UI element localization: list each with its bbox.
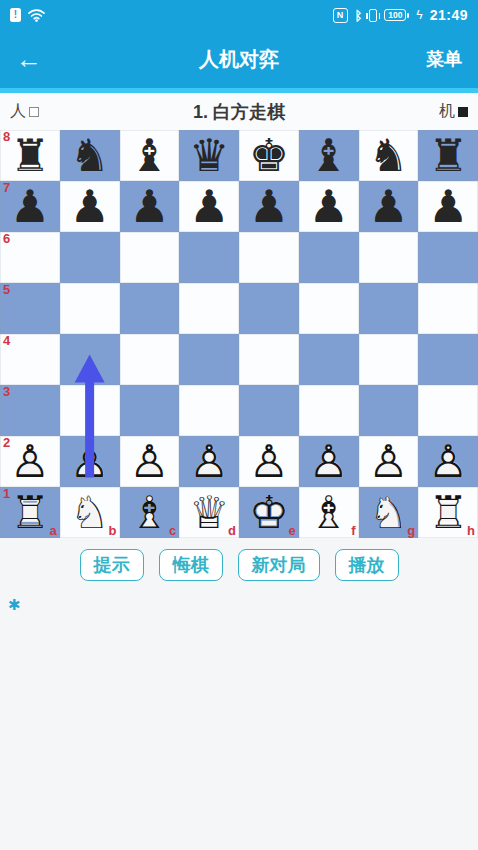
square-e7[interactable]: ♟ xyxy=(239,181,299,232)
square-a1[interactable]: 1a♜♖ xyxy=(0,487,60,538)
file-label-h: h xyxy=(467,524,475,537)
battery-icon: 100 xyxy=(384,9,406,21)
rank-label-4: 4 xyxy=(3,334,10,348)
square-f1[interactable]: f♝♗ xyxy=(299,487,359,538)
black-bishop-icon[interactable]: ♝ xyxy=(129,133,169,178)
white-pawn-icon[interactable]: ♟♙ xyxy=(308,439,348,484)
board-area: 8♜♞♝♛♚♝♞♜7♟♟♟♟♟♟♟♟65432♟♙♟♙♟♙♟♙♟♙♟♙♟♙♟♙1… xyxy=(0,130,478,538)
square-c7[interactable]: ♟ xyxy=(120,181,180,232)
square-f6[interactable] xyxy=(299,232,359,283)
black-pawn-icon[interactable]: ♟ xyxy=(308,184,348,229)
square-b3[interactable] xyxy=(60,385,120,436)
white-side-icon xyxy=(29,107,39,117)
square-f5[interactable] xyxy=(299,283,359,334)
piece-outline-layer: ♘ xyxy=(368,490,408,535)
square-a7[interactable]: 7♟ xyxy=(0,181,60,232)
black-queen-icon[interactable]: ♛ xyxy=(189,133,229,178)
square-b2[interactable]: ♟♙ xyxy=(60,436,120,487)
black-rook-icon[interactable]: ♜ xyxy=(10,133,50,178)
piece-outline-layer: ♖ xyxy=(428,490,468,535)
square-h6[interactable] xyxy=(418,232,478,283)
human-label: 人 xyxy=(10,101,26,122)
black-side-icon xyxy=(458,107,468,117)
piece-outline-layer: ♙ xyxy=(69,439,109,484)
square-c8[interactable]: ♝ xyxy=(120,130,180,181)
square-c6[interactable] xyxy=(120,232,180,283)
white-bishop-icon[interactable]: ♝♗ xyxy=(308,490,348,535)
piece-outline-layer: ♙ xyxy=(428,439,468,484)
square-e4[interactable] xyxy=(239,334,299,385)
black-king-icon[interactable]: ♚ xyxy=(249,133,289,178)
file-label-a: a xyxy=(50,524,57,537)
file-label-e: e xyxy=(289,524,296,537)
piece-outline-layer: ♙ xyxy=(129,439,169,484)
square-a4[interactable]: 4 xyxy=(0,334,60,385)
black-knight-icon[interactable]: ♞ xyxy=(69,133,109,178)
black-pawn-icon[interactable]: ♟ xyxy=(428,184,468,229)
piece-outline-layer: ♗ xyxy=(308,490,348,535)
black-pawn-icon[interactable]: ♟ xyxy=(368,184,408,229)
square-g6[interactable] xyxy=(359,232,419,283)
white-knight-icon[interactable]: ♞♘ xyxy=(69,490,109,535)
square-g3[interactable] xyxy=(359,385,419,436)
square-g1[interactable]: g♞♘ xyxy=(359,487,419,538)
white-pawn-icon[interactable]: ♟♙ xyxy=(129,439,169,484)
black-pawn-icon[interactable]: ♟ xyxy=(249,184,289,229)
square-h1[interactable]: h♜♖ xyxy=(418,487,478,538)
square-a5[interactable]: 5 xyxy=(0,283,60,334)
square-d6[interactable] xyxy=(179,232,239,283)
rank-label-3: 3 xyxy=(3,385,10,399)
square-c5[interactable] xyxy=(120,283,180,334)
file-label-c: c xyxy=(169,524,176,537)
vibrate-icon xyxy=(369,9,377,22)
bluetooth-icon: ᛒ xyxy=(355,9,363,22)
white-pawn-icon[interactable]: ♟♙ xyxy=(428,439,468,484)
piece-outline-layer: ♕ xyxy=(189,490,229,535)
square-f7[interactable]: ♟ xyxy=(299,181,359,232)
square-b8[interactable]: ♞ xyxy=(60,130,120,181)
turn-bar: 人 1. 白方走棋 机 xyxy=(0,93,478,130)
rank-label-5: 5 xyxy=(3,283,10,297)
square-e2[interactable]: ♟♙ xyxy=(239,436,299,487)
square-c4[interactable] xyxy=(120,334,180,385)
white-queen-icon[interactable]: ♛♕ xyxy=(189,490,229,535)
piece-outline-layer: ♔ xyxy=(249,490,289,535)
rank-label-2: 2 xyxy=(3,436,10,450)
white-pawn-icon[interactable]: ♟♙ xyxy=(69,439,109,484)
black-pawn-icon[interactable]: ♟ xyxy=(69,184,109,229)
square-c2[interactable]: ♟♙ xyxy=(120,436,180,487)
back-button[interactable]: ← xyxy=(16,46,42,72)
white-pawn-icon[interactable]: ♟♙ xyxy=(189,439,229,484)
nfc-icon: N xyxy=(333,8,348,23)
square-h2[interactable]: ♟♙ xyxy=(418,436,478,487)
chess-board: 8♜♞♝♛♚♝♞♜7♟♟♟♟♟♟♟♟65432♟♙♟♙♟♙♟♙♟♙♟♙♟♙♟♙1… xyxy=(0,130,478,538)
square-f8[interactable]: ♝ xyxy=(299,130,359,181)
square-d2[interactable]: ♟♙ xyxy=(179,436,239,487)
charging-icon: ϟ xyxy=(416,9,422,21)
square-b5[interactable] xyxy=(60,283,120,334)
file-label-g: g xyxy=(407,524,415,537)
square-c1[interactable]: c♝♗ xyxy=(120,487,180,538)
undo-move-button[interactable]: 悔棋 xyxy=(159,549,223,581)
white-rook-icon[interactable]: ♜♖ xyxy=(428,490,468,535)
wifi-icon xyxy=(28,9,45,22)
control-bar: 提示 悔棋 新对局 播放 xyxy=(0,549,478,581)
white-king-icon[interactable]: ♚♔ xyxy=(249,490,289,535)
black-rook-icon[interactable]: ♜ xyxy=(428,133,468,178)
square-e5[interactable] xyxy=(239,283,299,334)
square-d3[interactable] xyxy=(179,385,239,436)
piece-outline-layer: ♙ xyxy=(10,439,50,484)
square-d8[interactable]: ♛ xyxy=(179,130,239,181)
white-pawn-icon[interactable]: ♟♙ xyxy=(249,439,289,484)
square-e3[interactable] xyxy=(239,385,299,436)
machine-side-indicator: 机 xyxy=(439,101,468,122)
square-e8[interactable]: ♚ xyxy=(239,130,299,181)
black-bishop-icon[interactable]: ♝ xyxy=(308,133,348,178)
piece-outline-layer: ♙ xyxy=(368,439,408,484)
square-h3[interactable] xyxy=(418,385,478,436)
rank-label-8: 8 xyxy=(3,130,10,144)
hint-button[interactable]: 提示 xyxy=(80,549,144,581)
square-h8[interactable]: ♜ xyxy=(418,130,478,181)
square-a2[interactable]: 2♟♙ xyxy=(0,436,60,487)
square-g2[interactable]: ♟♙ xyxy=(359,436,419,487)
piece-outline-layer: ♙ xyxy=(308,439,348,484)
square-a3[interactable]: 3 xyxy=(0,385,60,436)
white-pawn-icon[interactable]: ♟♙ xyxy=(368,439,408,484)
square-b6[interactable] xyxy=(60,232,120,283)
square-a8[interactable]: 8♜ xyxy=(0,130,60,181)
black-pawn-icon[interactable]: ♟ xyxy=(189,184,229,229)
square-d4[interactable] xyxy=(179,334,239,385)
square-d7[interactable]: ♟ xyxy=(179,181,239,232)
black-pawn-icon[interactable]: ♟ xyxy=(10,184,50,229)
square-f3[interactable] xyxy=(299,385,359,436)
file-label-f: f xyxy=(351,524,355,537)
piece-outline-layer: ♖ xyxy=(10,490,50,535)
piece-outline-layer: ♙ xyxy=(249,439,289,484)
square-g7[interactable]: ♟ xyxy=(359,181,419,232)
square-b1[interactable]: b♞♘ xyxy=(60,487,120,538)
square-g5[interactable] xyxy=(359,283,419,334)
clock-text: 21:49 xyxy=(430,7,468,23)
white-knight-icon[interactable]: ♞♘ xyxy=(368,490,408,535)
piece-outline-layer: ♙ xyxy=(189,439,229,484)
status-bar: ! N ᛒ 100 ϟ 21:49 xyxy=(0,0,478,30)
white-rook-icon[interactable]: ♜♖ xyxy=(10,490,50,535)
square-a6[interactable]: 6 xyxy=(0,232,60,283)
black-pawn-icon[interactable]: ♟ xyxy=(129,184,169,229)
human-side-indicator: 人 xyxy=(10,101,39,122)
square-f4[interactable] xyxy=(299,334,359,385)
move-status-text: 1. 白方走棋 xyxy=(193,100,285,124)
white-bishop-icon[interactable]: ♝♗ xyxy=(129,490,169,535)
rank-label-1: 1 xyxy=(3,487,10,501)
square-h5[interactable] xyxy=(418,283,478,334)
square-d1[interactable]: d♛♕ xyxy=(179,487,239,538)
rank-label-6: 6 xyxy=(3,232,10,246)
file-label-b: b xyxy=(109,524,117,537)
footnote-asterisk: ✱ xyxy=(8,597,478,612)
white-pawn-icon[interactable]: ♟♙ xyxy=(10,439,50,484)
square-f2[interactable]: ♟♙ xyxy=(299,436,359,487)
square-e6[interactable] xyxy=(239,232,299,283)
piece-outline-layer: ♗ xyxy=(129,490,169,535)
square-b4[interactable] xyxy=(60,334,120,385)
square-d5[interactable] xyxy=(179,283,239,334)
rank-label-7: 7 xyxy=(3,181,10,195)
square-e1[interactable]: e♚♔ xyxy=(239,487,299,538)
machine-label: 机 xyxy=(439,101,455,122)
sim-alert-icon: ! xyxy=(10,8,21,22)
new-game-button[interactable]: 新对局 xyxy=(238,549,320,581)
square-h7[interactable]: ♟ xyxy=(418,181,478,232)
file-label-d: d xyxy=(228,524,236,537)
square-b7[interactable]: ♟ xyxy=(60,181,120,232)
page-title: 人机对弈 xyxy=(0,46,478,73)
menu-button[interactable]: 菜单 xyxy=(426,47,462,71)
piece-outline-layer: ♘ xyxy=(69,490,109,535)
square-g8[interactable]: ♞ xyxy=(359,130,419,181)
playback-button[interactable]: 播放 xyxy=(335,549,399,581)
square-g4[interactable] xyxy=(359,334,419,385)
square-c3[interactable] xyxy=(120,385,180,436)
square-h4[interactable] xyxy=(418,334,478,385)
app-header: ← 人机对弈 菜单 xyxy=(0,30,478,88)
black-knight-icon[interactable]: ♞ xyxy=(368,133,408,178)
